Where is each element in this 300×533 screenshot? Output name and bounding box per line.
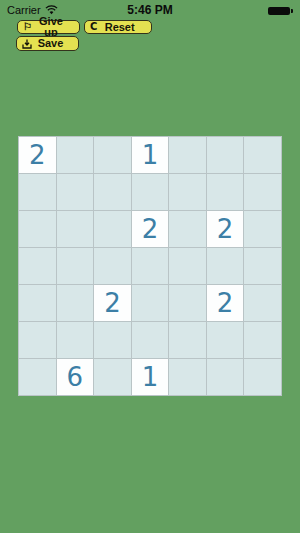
cell-r3c2[interactable] bbox=[94, 248, 131, 284]
cell-r0c2[interactable] bbox=[94, 137, 131, 173]
cell-r4c0[interactable] bbox=[19, 285, 56, 321]
cell-r2c6[interactable] bbox=[244, 211, 281, 247]
cell-r4c6[interactable] bbox=[244, 285, 281, 321]
cell-r4c3[interactable] bbox=[132, 285, 169, 321]
cell-r6c6[interactable] bbox=[244, 359, 281, 395]
cell-r1c0[interactable] bbox=[19, 174, 56, 210]
cell-r3c4[interactable] bbox=[169, 248, 206, 284]
cell-r5c0[interactable] bbox=[19, 322, 56, 358]
cell-r2c2[interactable] bbox=[94, 211, 131, 247]
reset-label: Reset bbox=[97, 22, 146, 33]
cell-r2c5[interactable]: 2 bbox=[207, 211, 244, 247]
cell-r1c5[interactable] bbox=[207, 174, 244, 210]
cell-r5c6[interactable] bbox=[244, 322, 281, 358]
cell-r1c6[interactable] bbox=[244, 174, 281, 210]
cell-r6c5[interactable] bbox=[207, 359, 244, 395]
cell-r0c3[interactable]: 1 bbox=[132, 137, 169, 173]
give-up-label: Give up bbox=[32, 16, 74, 38]
reset-button[interactable]: C Reset bbox=[84, 20, 152, 34]
save-button[interactable]: Save bbox=[16, 36, 79, 51]
cell-r3c0[interactable] bbox=[19, 248, 56, 284]
cell-r0c1[interactable] bbox=[57, 137, 94, 173]
cell-r3c3[interactable] bbox=[132, 248, 169, 284]
cell-r6c3[interactable]: 1 bbox=[132, 359, 169, 395]
cell-r1c2[interactable] bbox=[94, 174, 131, 210]
cell-r3c6[interactable] bbox=[244, 248, 281, 284]
refresh-icon: C bbox=[90, 22, 97, 32]
save-label: Save bbox=[32, 38, 73, 49]
cell-r3c1[interactable] bbox=[57, 248, 94, 284]
cell-r6c1[interactable]: 6 bbox=[57, 359, 94, 395]
battery-icon bbox=[268, 7, 290, 15]
cell-r6c0[interactable] bbox=[19, 359, 56, 395]
cell-r0c0[interactable]: 2 bbox=[19, 137, 56, 173]
cell-r3c5[interactable] bbox=[207, 248, 244, 284]
cell-r1c1[interactable] bbox=[57, 174, 94, 210]
cell-r4c5[interactable]: 2 bbox=[207, 285, 244, 321]
cell-r2c3[interactable]: 2 bbox=[132, 211, 169, 247]
cell-r0c5[interactable] bbox=[207, 137, 244, 173]
give-up-button[interactable]: ⚐ Give up bbox=[17, 20, 80, 34]
cell-r4c2[interactable]: 2 bbox=[94, 285, 131, 321]
cell-r0c6[interactable] bbox=[244, 137, 281, 173]
cell-r5c1[interactable] bbox=[57, 322, 94, 358]
cell-r1c4[interactable] bbox=[169, 174, 206, 210]
cell-r5c4[interactable] bbox=[169, 322, 206, 358]
cell-r6c2[interactable] bbox=[94, 359, 131, 395]
cell-r6c4[interactable] bbox=[169, 359, 206, 395]
cell-r2c1[interactable] bbox=[57, 211, 94, 247]
cell-r5c2[interactable] bbox=[94, 322, 131, 358]
cell-r2c0[interactable] bbox=[19, 211, 56, 247]
cell-r1c3[interactable] bbox=[132, 174, 169, 210]
cell-r4c4[interactable] bbox=[169, 285, 206, 321]
board: 21222261 bbox=[18, 136, 282, 396]
save-download-icon bbox=[22, 39, 32, 49]
flag-icon: ⚐ bbox=[23, 22, 32, 32]
cell-r0c4[interactable] bbox=[169, 137, 206, 173]
cell-r2c4[interactable] bbox=[169, 211, 206, 247]
cell-r5c3[interactable] bbox=[132, 322, 169, 358]
cell-r5c5[interactable] bbox=[207, 322, 244, 358]
cell-r4c1[interactable] bbox=[57, 285, 94, 321]
